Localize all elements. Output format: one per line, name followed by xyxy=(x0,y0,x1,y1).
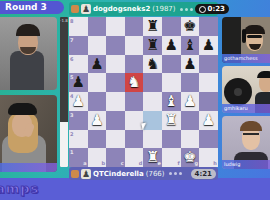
person-hair xyxy=(240,121,262,131)
white-pawn-a4[interactable]: ♟ xyxy=(69,92,88,111)
white-king-g1[interactable]: ♚ xyxy=(181,148,200,167)
white-rook-f3[interactable]: ♜ xyxy=(162,111,181,130)
commentator-label-3: ludwig xyxy=(222,160,270,169)
square-d3[interactable] xyxy=(125,111,144,130)
square-f7[interactable]: ♟ xyxy=(162,36,181,55)
black-pawn-a5[interactable]: ♟ xyxy=(69,73,88,92)
bottom-player-rating: (766) xyxy=(146,170,165,178)
square-b1[interactable]: b xyxy=(88,148,107,167)
square-a1[interactable]: 1a xyxy=(69,148,88,167)
event-logo: amps xyxy=(0,181,39,196)
stream-frame: amps Round 3 qtcinderella gothamchess gm… xyxy=(0,0,270,200)
rank-label-7: 7 xyxy=(70,37,73,43)
square-g1[interactable]: g♚ xyxy=(181,148,200,167)
square-h4[interactable] xyxy=(199,92,218,111)
square-g4[interactable]: ♟ xyxy=(181,92,200,111)
headset-icon xyxy=(257,71,270,78)
commentator-cam-2: gmhikaru xyxy=(222,66,270,113)
square-c5[interactable] xyxy=(106,73,125,92)
black-king-g8[interactable]: ♚ xyxy=(181,17,200,36)
square-g3[interactable] xyxy=(181,111,200,130)
white-pawn-g4[interactable]: ♟ xyxy=(181,92,200,111)
square-e1[interactable]: e♜ xyxy=(143,148,162,167)
square-b6[interactable]: ♟ xyxy=(88,55,107,74)
square-a6[interactable]: 6 xyxy=(69,55,88,74)
white-pawn-h3[interactable]: ♟ xyxy=(199,111,218,130)
commentator-label-2: gmhikaru xyxy=(222,104,270,113)
round-banner: Round 3 xyxy=(0,1,64,14)
square-f4[interactable]: ♝ xyxy=(162,92,181,111)
person-silhouette xyxy=(10,51,44,90)
black-bishop-g7[interactable]: ♝ xyxy=(181,36,200,55)
square-c8[interactable] xyxy=(106,17,125,36)
square-b5[interactable] xyxy=(88,73,107,92)
bottom-player-clock: 4:21 xyxy=(191,169,216,179)
player-cam-top xyxy=(0,17,57,90)
square-e5[interactable] xyxy=(143,73,162,92)
bottom-player-name: QTCinderella xyxy=(93,170,144,178)
square-g8[interactable]: ♚ xyxy=(181,17,200,36)
square-c1[interactable]: c xyxy=(106,148,125,167)
white-rook-e1[interactable]: ♜ xyxy=(143,148,162,167)
player-cam-label: qtcinderella xyxy=(0,163,57,172)
commentator-cam-1: gothamchess xyxy=(222,17,270,63)
square-d6[interactable] xyxy=(125,55,144,74)
square-e7[interactable]: ♜ xyxy=(143,36,162,55)
evaluation-value: -1.8 xyxy=(60,18,68,23)
square-a3[interactable]: 3 xyxy=(69,111,88,130)
square-d8[interactable] xyxy=(125,17,144,36)
file-label-a: a xyxy=(83,160,86,166)
top-clock-time: 0:23 xyxy=(208,5,225,13)
bottom-clock-time: 4:21 xyxy=(195,170,212,178)
square-h8[interactable] xyxy=(199,17,218,36)
square-h7[interactable]: ♟ xyxy=(199,36,218,55)
square-c2[interactable] xyxy=(106,130,125,149)
top-player-clock: 0:23 xyxy=(195,4,229,14)
rank-label-6: 6 xyxy=(70,56,73,62)
square-c6[interactable] xyxy=(106,55,125,74)
white-pawn-b3[interactable]: ♟ xyxy=(88,111,107,130)
commentator-cam-3: ludwig xyxy=(222,116,270,169)
square-e2[interactable] xyxy=(143,130,162,149)
file-label-c: c xyxy=(121,160,124,166)
square-f6[interactable] xyxy=(162,55,181,74)
square-b4[interactable] xyxy=(88,92,107,111)
square-b2[interactable] xyxy=(88,130,107,149)
square-h2[interactable] xyxy=(199,130,218,149)
player-cam-bottom: qtcinderella xyxy=(0,95,57,172)
white-bishop-f4[interactable]: ♝ xyxy=(162,92,181,111)
glasses-icon xyxy=(243,133,259,139)
player-avatar-icon: ♟ xyxy=(81,4,91,14)
square-a4[interactable]: 4♟ xyxy=(69,92,88,111)
evaluation-bar-white-section xyxy=(60,122,68,167)
top-player-bar: ♟ dogdogsneks2 (1987) 0:23 xyxy=(69,2,218,16)
square-c7[interactable] xyxy=(106,36,125,55)
person-cap xyxy=(8,103,37,115)
person-hair xyxy=(16,24,40,36)
square-g6[interactable]: ♟ xyxy=(181,55,200,74)
black-pawn-g6[interactable]: ♟ xyxy=(181,55,200,74)
square-f3[interactable]: ♜ xyxy=(162,111,181,130)
square-f2[interactable] xyxy=(162,130,181,149)
square-b3[interactable]: ♟ xyxy=(88,111,107,130)
file-label-h: h xyxy=(213,160,217,166)
rank-label-1: 1 xyxy=(70,149,73,155)
evaluation-bar: -1.8 xyxy=(60,17,68,167)
top-player-name: dogdogsneks2 xyxy=(93,5,150,13)
rank-label-3: 3 xyxy=(70,112,73,118)
square-a5[interactable]: 5♟ xyxy=(69,73,88,92)
square-a8[interactable]: 8 xyxy=(69,17,88,36)
commentator-label-1: gothamchess xyxy=(222,54,270,63)
black-knight-e6[interactable]: ♞ xyxy=(143,55,162,74)
square-a7[interactable]: 7 xyxy=(69,36,88,55)
glasses-icon xyxy=(247,35,262,38)
file-label-d: d xyxy=(139,160,143,166)
square-g5[interactable] xyxy=(181,73,200,92)
bottom-band xyxy=(0,178,270,200)
square-f5[interactable] xyxy=(162,73,181,92)
black-pawn-h7[interactable]: ♟ xyxy=(199,36,218,55)
headphones-icon xyxy=(242,29,246,43)
black-rook-e7[interactable]: ♜ xyxy=(143,36,162,55)
square-e6[interactable]: ♞ xyxy=(143,55,162,74)
square-d2[interactable] xyxy=(125,130,144,149)
flag-icon xyxy=(71,5,79,13)
square-g2[interactable] xyxy=(181,130,200,149)
white-knight-d5[interactable]: ♞ xyxy=(125,73,144,92)
black-pawn-b6[interactable]: ♟ xyxy=(88,55,107,74)
square-g7[interactable]: ♝ xyxy=(181,36,200,55)
black-rook-e8[interactable]: ♜ xyxy=(143,17,162,36)
square-h6[interactable] xyxy=(199,55,218,74)
square-a2[interactable]: 2 xyxy=(69,130,88,149)
square-h5[interactable] xyxy=(199,73,218,92)
clock-icon xyxy=(199,6,206,13)
square-d5[interactable]: ♞ xyxy=(125,73,144,92)
square-h1[interactable]: h xyxy=(199,148,218,167)
black-pawn-f7[interactable]: ♟ xyxy=(162,36,181,55)
square-c4[interactable] xyxy=(106,92,125,111)
badge-icons xyxy=(169,172,182,175)
chess-board[interactable]: 8♜♚7♜♟♝♟6♟♞♟5♟♞4♟♝♟3♟♜♟21abcde♜fg♚h xyxy=(69,17,218,167)
square-d7[interactable] xyxy=(125,36,144,55)
square-c3[interactable] xyxy=(106,111,125,130)
person-hair xyxy=(244,25,265,34)
flag-icon xyxy=(71,170,79,178)
square-e4[interactable] xyxy=(143,92,162,111)
file-label-f: f xyxy=(177,160,179,166)
rank-label-8: 8 xyxy=(70,18,73,24)
square-d1[interactable]: d xyxy=(125,148,144,167)
square-d4[interactable] xyxy=(125,92,144,111)
square-f1[interactable]: f xyxy=(162,148,181,167)
square-e8[interactable]: ♜ xyxy=(143,17,162,36)
file-label-b: b xyxy=(102,160,106,166)
badge-icons xyxy=(180,8,193,11)
square-b8[interactable] xyxy=(88,17,107,36)
top-player-rating: (1987) xyxy=(152,5,175,13)
fan-hub xyxy=(234,88,242,96)
square-h3[interactable]: ♟ xyxy=(199,111,218,130)
rank-label-2: 2 xyxy=(70,131,73,137)
square-f8[interactable] xyxy=(162,17,181,36)
player-avatar-icon: ♟ xyxy=(81,169,91,179)
square-b7[interactable] xyxy=(88,36,107,55)
bottom-player-bar: ♟ QTCinderella (766) 4:21 xyxy=(69,167,218,180)
